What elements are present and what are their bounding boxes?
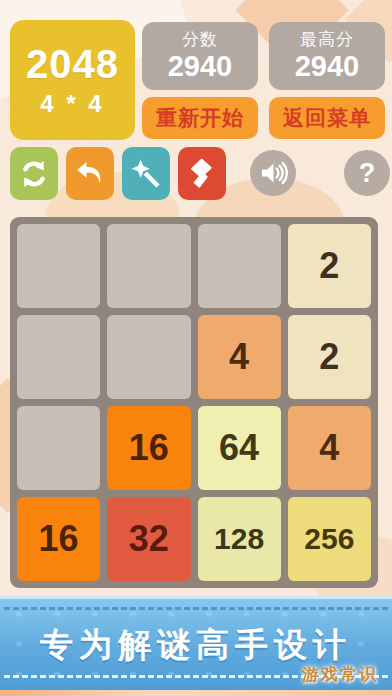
watermark-text: 游戏常识 (302, 663, 378, 686)
banner-slogan: 专为解谜高手设计 (0, 623, 392, 668)
empty-cell (107, 315, 190, 399)
hammer-icon (186, 158, 218, 190)
app-2048: 2048 4 * 4 分数 2940 最高分 2940 重新开始 返回菜单 (0, 0, 392, 696)
question-mark-icon: ? (359, 160, 376, 187)
tile-2: 2 (288, 315, 371, 399)
empty-cell (17, 315, 100, 399)
tile-16: 16 (17, 497, 100, 581)
undo-arrow-icon (74, 158, 106, 190)
grid-size-label: 4 * 4 (40, 92, 104, 116)
tile-2: 2 (288, 224, 371, 308)
empty-cell (107, 224, 190, 308)
game-logo-badge: 2048 4 * 4 (10, 20, 135, 140)
tile-4: 4 (198, 315, 281, 399)
game-title: 2048 (26, 44, 119, 84)
empty-cell (17, 406, 100, 490)
bottom-edge-strip (0, 690, 392, 696)
undo-button[interactable] (66, 147, 114, 200)
tile-256: 256 (288, 497, 371, 581)
empty-cell (198, 224, 281, 308)
magic-wand-icon (130, 158, 162, 190)
tile-4: 4 (288, 406, 371, 490)
sound-button[interactable] (250, 150, 296, 196)
empty-cell (17, 224, 100, 308)
refresh-button[interactable] (10, 147, 58, 200)
tile-32: 32 (107, 497, 190, 581)
board[interactable]: 242166441632128256 (10, 217, 378, 588)
refresh-icon (18, 158, 50, 190)
banner-stitch-top (4, 607, 388, 610)
score-value: 2940 (168, 52, 233, 81)
best-score-value: 2940 (295, 52, 360, 81)
tile-16: 16 (107, 406, 190, 490)
best-score-label: 最高分 (300, 31, 354, 48)
hammer-button[interactable] (178, 147, 226, 200)
help-button[interactable]: ? (344, 150, 390, 196)
score-box: 分数 2940 (142, 22, 258, 90)
score-label: 分数 (182, 31, 218, 48)
return-menu-button[interactable]: 返回菜单 (269, 97, 385, 139)
restart-button[interactable]: 重新开始 (142, 97, 258, 139)
best-score-box: 最高分 2940 (269, 22, 385, 90)
speaker-icon (258, 158, 288, 188)
bottom-banner: 专为解谜高手设计 游戏常识 (0, 596, 392, 690)
tile-64: 64 (198, 406, 281, 490)
tile-128: 128 (198, 497, 281, 581)
magic-wand-button[interactable] (122, 147, 170, 200)
